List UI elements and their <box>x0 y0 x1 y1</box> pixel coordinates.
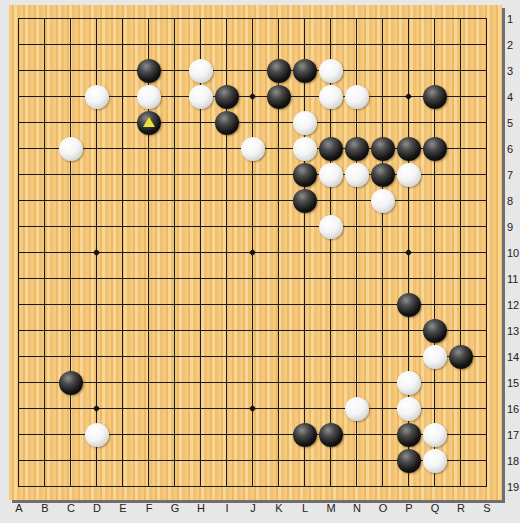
intersection-S17[interactable] <box>474 422 500 448</box>
intersection-R4[interactable] <box>448 84 474 110</box>
intersection-N8[interactable] <box>344 188 370 214</box>
intersection-L13[interactable] <box>292 318 318 344</box>
intersection-H4[interactable] <box>188 84 214 110</box>
intersection-G1[interactable] <box>162 6 188 32</box>
intersection-R11[interactable] <box>448 266 474 292</box>
intersection-O9[interactable] <box>370 214 396 240</box>
intersection-N5[interactable] <box>344 110 370 136</box>
intersection-H19[interactable] <box>188 474 214 500</box>
intersection-F13[interactable] <box>136 318 162 344</box>
intersection-D5[interactable] <box>84 110 110 136</box>
intersection-D14[interactable] <box>84 344 110 370</box>
intersection-A12[interactable] <box>6 292 32 318</box>
intersection-F16[interactable] <box>136 396 162 422</box>
intersection-J5[interactable] <box>240 110 266 136</box>
intersection-Q10[interactable] <box>422 240 448 266</box>
intersection-K10[interactable] <box>266 240 292 266</box>
intersection-H9[interactable] <box>188 214 214 240</box>
intersection-B3[interactable] <box>32 58 58 84</box>
intersection-P19[interactable] <box>396 474 422 500</box>
intersection-M9[interactable] <box>318 214 344 240</box>
intersection-I2[interactable] <box>214 32 240 58</box>
intersection-P17[interactable] <box>396 422 422 448</box>
intersection-R14[interactable] <box>448 344 474 370</box>
intersection-E12[interactable] <box>110 292 136 318</box>
intersection-N14[interactable] <box>344 344 370 370</box>
intersection-Q19[interactable] <box>422 474 448 500</box>
intersection-R6[interactable] <box>448 136 474 162</box>
intersection-K13[interactable] <box>266 318 292 344</box>
intersection-A5[interactable] <box>6 110 32 136</box>
intersection-H6[interactable] <box>188 136 214 162</box>
intersection-C4[interactable] <box>58 84 84 110</box>
intersection-F14[interactable] <box>136 344 162 370</box>
intersection-C15[interactable] <box>58 370 84 396</box>
intersection-M17[interactable] <box>318 422 344 448</box>
intersection-O13[interactable] <box>370 318 396 344</box>
intersection-B15[interactable] <box>32 370 58 396</box>
intersection-G8[interactable] <box>162 188 188 214</box>
intersection-E17[interactable] <box>110 422 136 448</box>
intersection-O8[interactable] <box>370 188 396 214</box>
intersection-H17[interactable] <box>188 422 214 448</box>
intersection-P18[interactable] <box>396 448 422 474</box>
intersection-F1[interactable] <box>136 6 162 32</box>
intersection-S19[interactable] <box>474 474 500 500</box>
intersection-M16[interactable] <box>318 396 344 422</box>
intersection-A11[interactable] <box>6 266 32 292</box>
intersection-J15[interactable] <box>240 370 266 396</box>
intersection-O3[interactable] <box>370 58 396 84</box>
intersection-E14[interactable] <box>110 344 136 370</box>
intersection-L6[interactable] <box>292 136 318 162</box>
intersection-F3[interactable] <box>136 58 162 84</box>
intersection-K12[interactable] <box>266 292 292 318</box>
intersection-F15[interactable] <box>136 370 162 396</box>
intersection-M7[interactable] <box>318 162 344 188</box>
intersection-K4[interactable] <box>266 84 292 110</box>
intersection-N9[interactable] <box>344 214 370 240</box>
intersection-E3[interactable] <box>110 58 136 84</box>
intersection-L7[interactable] <box>292 162 318 188</box>
intersection-G6[interactable] <box>162 136 188 162</box>
intersection-O2[interactable] <box>370 32 396 58</box>
intersection-G7[interactable] <box>162 162 188 188</box>
intersection-N18[interactable] <box>344 448 370 474</box>
intersection-F12[interactable] <box>136 292 162 318</box>
intersection-C1[interactable] <box>58 6 84 32</box>
intersection-P8[interactable] <box>396 188 422 214</box>
intersection-Q5[interactable] <box>422 110 448 136</box>
intersection-Q1[interactable] <box>422 6 448 32</box>
intersection-F7[interactable] <box>136 162 162 188</box>
intersection-Q15[interactable] <box>422 370 448 396</box>
intersection-I9[interactable] <box>214 214 240 240</box>
intersection-G3[interactable] <box>162 58 188 84</box>
intersection-Q7[interactable] <box>422 162 448 188</box>
intersection-N7[interactable] <box>344 162 370 188</box>
intersection-E4[interactable] <box>110 84 136 110</box>
intersection-S5[interactable] <box>474 110 500 136</box>
intersection-H5[interactable] <box>188 110 214 136</box>
intersection-E7[interactable] <box>110 162 136 188</box>
intersection-B18[interactable] <box>32 448 58 474</box>
intersection-P6[interactable] <box>396 136 422 162</box>
intersection-N17[interactable] <box>344 422 370 448</box>
intersection-C19[interactable] <box>58 474 84 500</box>
intersection-A9[interactable] <box>6 214 32 240</box>
intersection-N1[interactable] <box>344 6 370 32</box>
intersection-I8[interactable] <box>214 188 240 214</box>
intersection-H16[interactable] <box>188 396 214 422</box>
intersection-S2[interactable] <box>474 32 500 58</box>
intersection-B12[interactable] <box>32 292 58 318</box>
intersection-M19[interactable] <box>318 474 344 500</box>
intersection-B10[interactable] <box>32 240 58 266</box>
intersection-M14[interactable] <box>318 344 344 370</box>
intersection-N13[interactable] <box>344 318 370 344</box>
intersection-O18[interactable] <box>370 448 396 474</box>
intersection-C14[interactable] <box>58 344 84 370</box>
intersection-J16[interactable] <box>240 396 266 422</box>
intersection-K15[interactable] <box>266 370 292 396</box>
intersection-A18[interactable] <box>6 448 32 474</box>
intersection-B16[interactable] <box>32 396 58 422</box>
intersection-Q8[interactable] <box>422 188 448 214</box>
intersection-J17[interactable] <box>240 422 266 448</box>
intersection-J1[interactable] <box>240 6 266 32</box>
intersection-M11[interactable] <box>318 266 344 292</box>
intersection-S4[interactable] <box>474 84 500 110</box>
intersection-H11[interactable] <box>188 266 214 292</box>
intersection-J10[interactable] <box>240 240 266 266</box>
intersection-R18[interactable] <box>448 448 474 474</box>
intersection-K3[interactable] <box>266 58 292 84</box>
intersection-R2[interactable] <box>448 32 474 58</box>
intersection-J13[interactable] <box>240 318 266 344</box>
intersection-I10[interactable] <box>214 240 240 266</box>
intersection-Q11[interactable] <box>422 266 448 292</box>
intersection-G15[interactable] <box>162 370 188 396</box>
intersection-E5[interactable] <box>110 110 136 136</box>
intersection-C5[interactable] <box>58 110 84 136</box>
intersection-I16[interactable] <box>214 396 240 422</box>
intersection-J9[interactable] <box>240 214 266 240</box>
intersection-P2[interactable] <box>396 32 422 58</box>
intersection-S18[interactable] <box>474 448 500 474</box>
intersection-L10[interactable] <box>292 240 318 266</box>
intersection-F19[interactable] <box>136 474 162 500</box>
intersection-N2[interactable] <box>344 32 370 58</box>
intersection-S7[interactable] <box>474 162 500 188</box>
intersection-M2[interactable] <box>318 32 344 58</box>
intersection-J14[interactable] <box>240 344 266 370</box>
intersection-B4[interactable] <box>32 84 58 110</box>
intersection-D3[interactable] <box>84 58 110 84</box>
intersection-D10[interactable] <box>84 240 110 266</box>
intersection-A13[interactable] <box>6 318 32 344</box>
intersection-G4[interactable] <box>162 84 188 110</box>
intersection-H13[interactable] <box>188 318 214 344</box>
intersection-B8[interactable] <box>32 188 58 214</box>
intersection-G5[interactable] <box>162 110 188 136</box>
intersection-J4[interactable] <box>240 84 266 110</box>
intersection-L19[interactable] <box>292 474 318 500</box>
intersection-P5[interactable] <box>396 110 422 136</box>
intersection-J7[interactable] <box>240 162 266 188</box>
intersection-S9[interactable] <box>474 214 500 240</box>
intersection-L4[interactable] <box>292 84 318 110</box>
intersection-I17[interactable] <box>214 422 240 448</box>
intersection-F6[interactable] <box>136 136 162 162</box>
intersection-N15[interactable] <box>344 370 370 396</box>
intersection-Q4[interactable] <box>422 84 448 110</box>
intersection-G2[interactable] <box>162 32 188 58</box>
intersection-S14[interactable] <box>474 344 500 370</box>
intersection-A3[interactable] <box>6 58 32 84</box>
intersection-H18[interactable] <box>188 448 214 474</box>
intersection-G17[interactable] <box>162 422 188 448</box>
intersection-R15[interactable] <box>448 370 474 396</box>
intersection-N12[interactable] <box>344 292 370 318</box>
intersection-B5[interactable] <box>32 110 58 136</box>
intersection-O15[interactable] <box>370 370 396 396</box>
intersection-M4[interactable] <box>318 84 344 110</box>
intersection-B17[interactable] <box>32 422 58 448</box>
intersection-P11[interactable] <box>396 266 422 292</box>
intersection-K16[interactable] <box>266 396 292 422</box>
intersection-K1[interactable] <box>266 6 292 32</box>
intersection-S6[interactable] <box>474 136 500 162</box>
intersection-K18[interactable] <box>266 448 292 474</box>
intersection-D8[interactable] <box>84 188 110 214</box>
intersection-K5[interactable] <box>266 110 292 136</box>
intersection-H7[interactable] <box>188 162 214 188</box>
intersection-D9[interactable] <box>84 214 110 240</box>
intersection-P10[interactable] <box>396 240 422 266</box>
intersection-O17[interactable] <box>370 422 396 448</box>
intersection-I19[interactable] <box>214 474 240 500</box>
intersection-E9[interactable] <box>110 214 136 240</box>
intersection-S8[interactable] <box>474 188 500 214</box>
intersection-A6[interactable] <box>6 136 32 162</box>
intersection-S11[interactable] <box>474 266 500 292</box>
intersection-A10[interactable] <box>6 240 32 266</box>
intersection-R10[interactable] <box>448 240 474 266</box>
intersection-A14[interactable] <box>6 344 32 370</box>
intersection-A19[interactable] <box>6 474 32 500</box>
intersection-O19[interactable] <box>370 474 396 500</box>
intersection-S12[interactable] <box>474 292 500 318</box>
intersection-C16[interactable] <box>58 396 84 422</box>
intersection-A15[interactable] <box>6 370 32 396</box>
intersection-E16[interactable] <box>110 396 136 422</box>
intersection-I5[interactable] <box>214 110 240 136</box>
intersection-B2[interactable] <box>32 32 58 58</box>
intersection-F18[interactable] <box>136 448 162 474</box>
intersection-S15[interactable] <box>474 370 500 396</box>
intersection-L2[interactable] <box>292 32 318 58</box>
intersection-L1[interactable] <box>292 6 318 32</box>
intersection-O1[interactable] <box>370 6 396 32</box>
intersection-H14[interactable] <box>188 344 214 370</box>
intersection-G14[interactable] <box>162 344 188 370</box>
intersection-G9[interactable] <box>162 214 188 240</box>
intersection-R1[interactable] <box>448 6 474 32</box>
intersection-S3[interactable] <box>474 58 500 84</box>
intersection-Q3[interactable] <box>422 58 448 84</box>
intersection-F17[interactable] <box>136 422 162 448</box>
intersection-I12[interactable] <box>214 292 240 318</box>
intersection-A4[interactable] <box>6 84 32 110</box>
intersection-N16[interactable] <box>344 396 370 422</box>
intersection-C9[interactable] <box>58 214 84 240</box>
intersection-E13[interactable] <box>110 318 136 344</box>
intersection-L15[interactable] <box>292 370 318 396</box>
intersection-B13[interactable] <box>32 318 58 344</box>
intersection-B19[interactable] <box>32 474 58 500</box>
intersection-G16[interactable] <box>162 396 188 422</box>
intersection-K19[interactable] <box>266 474 292 500</box>
intersection-Q17[interactable] <box>422 422 448 448</box>
intersection-N10[interactable] <box>344 240 370 266</box>
intersection-B7[interactable] <box>32 162 58 188</box>
intersection-L16[interactable] <box>292 396 318 422</box>
intersection-A17[interactable] <box>6 422 32 448</box>
intersection-D1[interactable] <box>84 6 110 32</box>
intersection-H2[interactable] <box>188 32 214 58</box>
intersection-G18[interactable] <box>162 448 188 474</box>
intersection-R3[interactable] <box>448 58 474 84</box>
intersection-P16[interactable] <box>396 396 422 422</box>
intersection-P13[interactable] <box>396 318 422 344</box>
intersection-I14[interactable] <box>214 344 240 370</box>
intersection-Q16[interactable] <box>422 396 448 422</box>
intersection-I13[interactable] <box>214 318 240 344</box>
intersection-Q6[interactable] <box>422 136 448 162</box>
intersection-P14[interactable] <box>396 344 422 370</box>
intersection-D17[interactable] <box>84 422 110 448</box>
intersection-D12[interactable] <box>84 292 110 318</box>
intersection-H15[interactable] <box>188 370 214 396</box>
intersection-I3[interactable] <box>214 58 240 84</box>
intersection-D18[interactable] <box>84 448 110 474</box>
intersection-C12[interactable] <box>58 292 84 318</box>
intersection-C17[interactable] <box>58 422 84 448</box>
intersection-S13[interactable] <box>474 318 500 344</box>
intersection-M18[interactable] <box>318 448 344 474</box>
intersection-O11[interactable] <box>370 266 396 292</box>
intersection-E18[interactable] <box>110 448 136 474</box>
intersection-L5[interactable] <box>292 110 318 136</box>
intersection-P12[interactable] <box>396 292 422 318</box>
intersection-R16[interactable] <box>448 396 474 422</box>
intersection-M10[interactable] <box>318 240 344 266</box>
intersection-E15[interactable] <box>110 370 136 396</box>
intersection-I7[interactable] <box>214 162 240 188</box>
intersection-K11[interactable] <box>266 266 292 292</box>
intersection-D13[interactable] <box>84 318 110 344</box>
intersection-I18[interactable] <box>214 448 240 474</box>
intersection-R5[interactable] <box>448 110 474 136</box>
intersection-G11[interactable] <box>162 266 188 292</box>
intersection-A1[interactable] <box>6 6 32 32</box>
intersection-L11[interactable] <box>292 266 318 292</box>
intersection-I11[interactable] <box>214 266 240 292</box>
intersection-G12[interactable] <box>162 292 188 318</box>
intersection-N19[interactable] <box>344 474 370 500</box>
intersection-M6[interactable] <box>318 136 344 162</box>
intersection-A2[interactable] <box>6 32 32 58</box>
intersection-L9[interactable] <box>292 214 318 240</box>
intersection-O6[interactable] <box>370 136 396 162</box>
intersection-D6[interactable] <box>84 136 110 162</box>
intersection-S10[interactable] <box>474 240 500 266</box>
intersection-R8[interactable] <box>448 188 474 214</box>
intersection-A7[interactable] <box>6 162 32 188</box>
intersection-F2[interactable] <box>136 32 162 58</box>
intersection-A16[interactable] <box>6 396 32 422</box>
intersection-F11[interactable] <box>136 266 162 292</box>
intersection-S16[interactable] <box>474 396 500 422</box>
intersection-R13[interactable] <box>448 318 474 344</box>
intersection-P15[interactable] <box>396 370 422 396</box>
intersection-F5[interactable] <box>136 110 162 136</box>
intersection-K8[interactable] <box>266 188 292 214</box>
intersection-H12[interactable] <box>188 292 214 318</box>
intersection-L3[interactable] <box>292 58 318 84</box>
intersection-J2[interactable] <box>240 32 266 58</box>
intersection-A8[interactable] <box>6 188 32 214</box>
intersection-P3[interactable] <box>396 58 422 84</box>
intersection-Q13[interactable] <box>422 318 448 344</box>
intersection-E8[interactable] <box>110 188 136 214</box>
intersection-K7[interactable] <box>266 162 292 188</box>
intersection-Q9[interactable] <box>422 214 448 240</box>
intersection-P7[interactable] <box>396 162 422 188</box>
intersection-D19[interactable] <box>84 474 110 500</box>
intersection-C13[interactable] <box>58 318 84 344</box>
intersection-Q12[interactable] <box>422 292 448 318</box>
intersection-M13[interactable] <box>318 318 344 344</box>
intersection-J12[interactable] <box>240 292 266 318</box>
intersection-C7[interactable] <box>58 162 84 188</box>
intersection-D7[interactable] <box>84 162 110 188</box>
intersection-O4[interactable] <box>370 84 396 110</box>
intersection-L17[interactable] <box>292 422 318 448</box>
intersection-D4[interactable] <box>84 84 110 110</box>
intersection-M3[interactable] <box>318 58 344 84</box>
intersection-B9[interactable] <box>32 214 58 240</box>
intersection-C3[interactable] <box>58 58 84 84</box>
intersection-L8[interactable] <box>292 188 318 214</box>
intersection-K2[interactable] <box>266 32 292 58</box>
intersection-Q2[interactable] <box>422 32 448 58</box>
intersection-B6[interactable] <box>32 136 58 162</box>
intersection-I1[interactable] <box>214 6 240 32</box>
intersection-D16[interactable] <box>84 396 110 422</box>
intersection-D11[interactable] <box>84 266 110 292</box>
intersection-O12[interactable] <box>370 292 396 318</box>
intersection-B14[interactable] <box>32 344 58 370</box>
intersection-O14[interactable] <box>370 344 396 370</box>
intersection-I15[interactable] <box>214 370 240 396</box>
intersection-P1[interactable] <box>396 6 422 32</box>
intersection-C6[interactable] <box>58 136 84 162</box>
intersection-G10[interactable] <box>162 240 188 266</box>
intersection-R7[interactable] <box>448 162 474 188</box>
intersection-D15[interactable] <box>84 370 110 396</box>
